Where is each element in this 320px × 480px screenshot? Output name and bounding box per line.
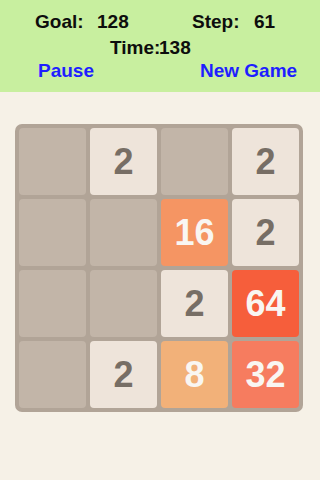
tile-16: 16 [161,199,228,266]
game-screen: Goal: 128 Step: 61 Time: 138 Pause New G… [0,0,320,480]
tile-8: 8 [161,341,228,408]
empty-cell [19,199,86,266]
empty-cell [161,128,228,195]
empty-cell [90,199,157,266]
header-bar: Goal: 128 Step: 61 Time: 138 Pause New G… [0,0,320,92]
board[interactable]: 221622642832 [15,124,303,412]
tile-2: 2 [161,270,228,337]
pause-button[interactable]: Pause [38,61,94,80]
time-value: 138 [159,38,191,57]
step-value: 61 [254,12,275,31]
tile-2: 2 [232,199,299,266]
empty-cell [90,270,157,337]
tile-2: 2 [90,341,157,408]
empty-cell [19,270,86,337]
step-label: Step: [192,12,240,31]
new-game-button[interactable]: New Game [200,61,297,80]
tile-64: 64 [232,270,299,337]
time-label: Time: [110,38,160,57]
empty-cell [19,341,86,408]
tile-32: 32 [232,341,299,408]
tile-2: 2 [232,128,299,195]
tile-2: 2 [90,128,157,195]
goal-value: 128 [97,12,129,31]
empty-cell [19,128,86,195]
goal-label: Goal: [35,12,84,31]
